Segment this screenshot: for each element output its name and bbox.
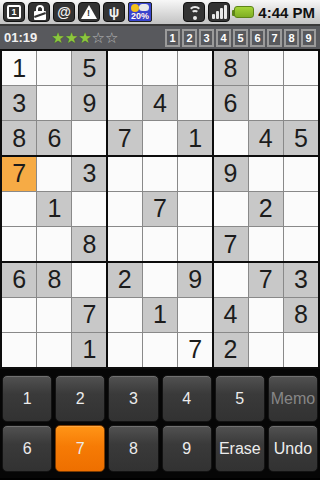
cell-r2c6[interactable] xyxy=(178,86,212,120)
cell-r8c9[interactable]: 8 xyxy=(284,298,318,332)
cell-r5c8[interactable]: 2 xyxy=(249,192,283,226)
star-filled-icon: ★ xyxy=(78,30,91,45)
difficulty-stars: ★★★☆☆ xyxy=(51,30,118,45)
cell-r8c3[interactable]: 7 xyxy=(72,298,106,332)
cell-r9c8[interactable] xyxy=(249,333,283,367)
cell-r5c2[interactable]: 1 xyxy=(37,192,71,226)
cell-r3c1[interactable]: 8 xyxy=(2,121,36,155)
cell-r4c4[interactable] xyxy=(108,157,142,191)
cell-r8c7[interactable]: 4 xyxy=(213,298,247,332)
email-at-icon: @ xyxy=(53,2,75,22)
cell-r7c7[interactable] xyxy=(213,262,247,296)
strip-number-3: 3 xyxy=(199,29,214,47)
star-filled-icon: ★ xyxy=(51,30,64,45)
cell-r9c3[interactable]: 1 xyxy=(72,333,106,367)
cell-r5c9[interactable] xyxy=(284,192,318,226)
cell-r7c8[interactable]: 7 xyxy=(249,262,283,296)
cell-r9c2[interactable] xyxy=(37,333,71,367)
strip-number-7: 7 xyxy=(267,29,282,47)
warning-icon: ! xyxy=(78,2,100,22)
number-counter-strip: 123456789 xyxy=(165,29,316,47)
cell-r1c7[interactable]: 8 xyxy=(213,51,247,85)
cell-r1c5[interactable] xyxy=(143,51,177,85)
cell-r9c6[interactable]: 7 xyxy=(178,333,212,367)
box-divider xyxy=(106,51,108,367)
star-empty-icon: ☆ xyxy=(105,30,118,45)
star-empty-icon: ☆ xyxy=(92,30,105,45)
cell-r6c9[interactable] xyxy=(284,227,318,261)
cell-r2c8[interactable] xyxy=(249,86,283,120)
cell-r5c6[interactable] xyxy=(178,192,212,226)
cell-r3c5[interactable] xyxy=(143,121,177,155)
cell-r4c7[interactable]: 9 xyxy=(213,157,247,191)
cell-r3c9[interactable]: 5 xyxy=(284,121,318,155)
number-keypad: 12345Memo6789EraseUndo xyxy=(0,369,320,478)
cell-r6c3[interactable]: 8 xyxy=(72,227,106,261)
strip-number-9: 9 xyxy=(301,29,316,47)
keypad-9-button[interactable]: 9 xyxy=(162,425,212,472)
cell-r2c4[interactable] xyxy=(108,86,142,120)
cell-r8c8[interactable] xyxy=(249,298,283,332)
keypad-6-button[interactable]: 6 xyxy=(2,425,52,472)
cell-r6c6[interactable] xyxy=(178,227,212,261)
weather-icon: 20% xyxy=(128,2,152,22)
cell-r3c7[interactable] xyxy=(213,121,247,155)
keypad-undo-button[interactable]: Undo xyxy=(268,425,318,472)
cell-r6c5[interactable] xyxy=(143,227,177,261)
cell-r1c8[interactable] xyxy=(249,51,283,85)
clock-label: 4:44 PM xyxy=(258,4,315,21)
keypad-memo-button[interactable]: Memo xyxy=(268,375,318,422)
cell-r2c1[interactable]: 3 xyxy=(2,86,36,120)
cell-r7c9[interactable]: 3 xyxy=(284,262,318,296)
cell-r6c4[interactable] xyxy=(108,227,142,261)
cloud-icon xyxy=(139,4,149,11)
cell-r5c3[interactable] xyxy=(72,192,106,226)
cell-r1c3[interactable]: 5 xyxy=(72,51,106,85)
cell-r1c2[interactable] xyxy=(37,51,71,85)
cell-r8c6[interactable] xyxy=(178,298,212,332)
keypad-5-button[interactable]: 5 xyxy=(215,375,265,422)
strip-number-5: 5 xyxy=(233,29,248,47)
calendar-1-icon: 1 xyxy=(3,2,25,22)
cell-r2c2[interactable] xyxy=(37,86,71,120)
cell-r4c6[interactable] xyxy=(178,157,212,191)
cell-r1c6[interactable] xyxy=(178,51,212,85)
cell-r7c4[interactable]: 2 xyxy=(108,262,142,296)
cell-r7c6[interactable]: 9 xyxy=(178,262,212,296)
cell-r8c5[interactable]: 1 xyxy=(143,298,177,332)
cell-r5c4[interactable] xyxy=(108,192,142,226)
cell-r3c3[interactable] xyxy=(72,121,106,155)
wifi-icon xyxy=(183,2,205,22)
cell-r9c7[interactable]: 2 xyxy=(213,333,247,367)
cell-r5c7[interactable] xyxy=(213,192,247,226)
star-filled-icon: ★ xyxy=(65,30,78,45)
box-divider xyxy=(2,261,318,263)
cell-r9c1[interactable] xyxy=(2,333,36,367)
cell-r5c1[interactable] xyxy=(2,192,36,226)
box-divider xyxy=(2,155,318,157)
cell-r7c3[interactable] xyxy=(72,262,106,296)
timer-label: 01:19 xyxy=(4,30,37,45)
cell-r2c9[interactable] xyxy=(284,86,318,120)
cell-r7c5[interactable] xyxy=(143,262,177,296)
strip-number-1: 1 xyxy=(165,29,180,47)
signal-bars-icon xyxy=(208,2,230,22)
keypad-2-button[interactable]: 2 xyxy=(55,375,105,422)
cell-r4c2[interactable] xyxy=(37,157,71,191)
cell-r1c9[interactable] xyxy=(284,51,318,85)
cell-r7c1[interactable]: 6 xyxy=(2,262,36,296)
cell-r2c3[interactable]: 9 xyxy=(72,86,106,120)
cell-r3c6[interactable]: 1 xyxy=(178,121,212,155)
keypad-4-button[interactable]: 4 xyxy=(162,375,212,422)
cell-r1c1[interactable]: 1 xyxy=(2,51,36,85)
keypad-8-button[interactable]: 8 xyxy=(108,425,158,472)
cell-r6c8[interactable] xyxy=(249,227,283,261)
game-header: 01:19 ★★★☆☆ 123456789 xyxy=(0,26,320,49)
cell-r6c7[interactable]: 7 xyxy=(213,227,247,261)
strip-number-8: 8 xyxy=(284,29,299,47)
cell-r1c4[interactable] xyxy=(108,51,142,85)
cell-r7c2[interactable]: 8 xyxy=(37,262,71,296)
cell-r8c2[interactable] xyxy=(37,298,71,332)
cell-r4c8[interactable] xyxy=(249,157,283,191)
weather-percent: 20% xyxy=(129,11,151,21)
keypad-1-button[interactable]: 1 xyxy=(2,375,52,422)
box-divider xyxy=(212,51,214,367)
cell-r4c3[interactable]: 3 xyxy=(72,157,106,191)
calendar-day-label: 1 xyxy=(7,5,21,19)
cell-r6c1[interactable] xyxy=(2,227,36,261)
cell-r9c9[interactable] xyxy=(284,333,318,367)
keypad-7-button[interactable]: 7 xyxy=(55,425,105,472)
cell-r3c8[interactable]: 4 xyxy=(249,121,283,155)
cell-r8c1[interactable] xyxy=(2,298,36,332)
status-bar: 1 @ ! ψ 20% 4:44 PM xyxy=(0,0,320,26)
cell-r9c4[interactable] xyxy=(108,333,142,367)
cell-r4c1[interactable]: 7 xyxy=(2,157,36,191)
strip-number-4: 4 xyxy=(216,29,231,47)
keypad-3-button[interactable]: 3 xyxy=(108,375,158,422)
cell-r2c5[interactable]: 4 xyxy=(143,86,177,120)
strip-number-6: 6 xyxy=(250,29,265,47)
cell-r2c7[interactable]: 6 xyxy=(213,86,247,120)
sudoku-board[interactable]: 1583946867145739172876829737148172 xyxy=(0,49,320,369)
cell-r5c5[interactable]: 7 xyxy=(143,192,177,226)
strip-number-2: 2 xyxy=(182,29,197,47)
cell-r4c9[interactable] xyxy=(284,157,318,191)
cell-r6c2[interactable] xyxy=(37,227,71,261)
battery-icon xyxy=(234,6,254,18)
cell-r9c5[interactable] xyxy=(143,333,177,367)
lock-icon xyxy=(28,2,50,22)
usb-icon: ψ xyxy=(103,2,125,22)
cell-r3c4[interactable]: 7 xyxy=(108,121,142,155)
keypad-erase-button[interactable]: Erase xyxy=(215,425,265,472)
cell-r3c2[interactable]: 6 xyxy=(37,121,71,155)
cell-r4c5[interactable] xyxy=(143,157,177,191)
cell-r8c4[interactable] xyxy=(108,298,142,332)
